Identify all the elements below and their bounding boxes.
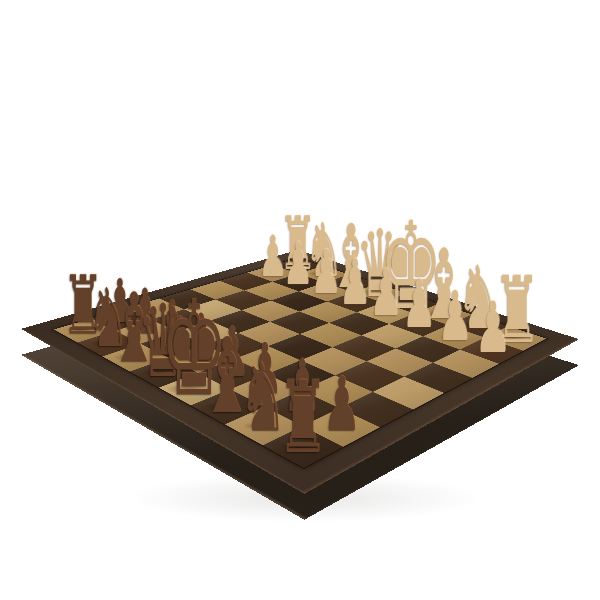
chess-scene: ♜♞♝♛♚♝♞♜♟♟♟♟♟♟♟♟♟♟♟♟♟♟♟♟♜♞♝♛♚♝♞♜ — [0, 0, 600, 600]
chess-board[interactable] — [21, 250, 579, 494]
board-field — [52, 257, 548, 469]
